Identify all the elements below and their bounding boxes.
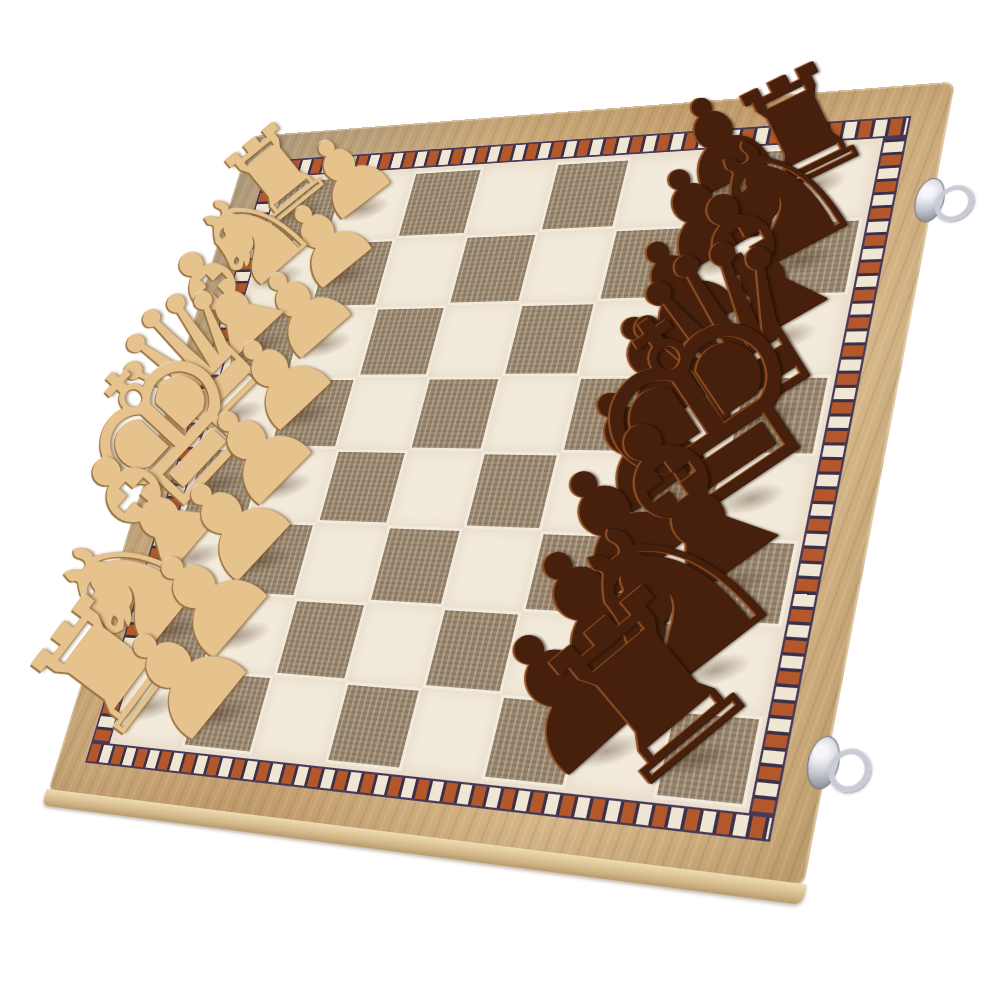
metal-clasp-upper — [910, 172, 974, 225]
board-square — [672, 622, 781, 716]
board-square — [653, 709, 763, 808]
checker-area — [110, 138, 884, 813]
board-square — [744, 295, 848, 375]
metal-clasp-lower — [802, 730, 872, 796]
board-square — [691, 537, 799, 627]
product-photo-stage: ♜♞♝♛♚♝♞♜♟♟♟♟♟♟♟♟♟♟♟♟♟♟♟♟♜♞♝♛♚♝♞♜ — [0, 0, 1002, 1002]
board-square — [760, 218, 863, 298]
board-square — [709, 455, 815, 541]
board-square — [726, 375, 831, 457]
board-square — [777, 142, 878, 221]
chess-board — [48, 81, 956, 887]
